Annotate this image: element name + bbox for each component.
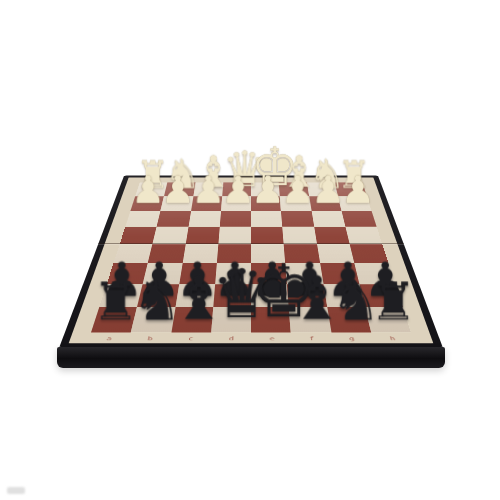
board-square: ♟ [213, 284, 251, 307]
board-square [284, 244, 320, 263]
piece-black-queen: ♛ [211, 261, 251, 328]
board-square: ♟ [359, 284, 403, 307]
board-frame: ♜♞♝♛♚♝♞♜♟♟♟♟♟♟♟♟♟♟♟♟♟♟♟♟♜♞♝♛♚♝♞♜ abcdefg… [59, 176, 443, 348]
piece-white-queen: ♛ [222, 145, 251, 194]
board-square [143, 263, 182, 284]
board-square: ♞ [307, 183, 338, 197]
board-square: ♟ [323, 284, 365, 307]
watermark [7, 487, 25, 494]
board-square [185, 227, 219, 244]
board-square [311, 211, 345, 227]
board-square [125, 211, 160, 227]
board-square [251, 244, 285, 263]
board-square: ♜ [365, 307, 411, 333]
board-square [251, 227, 284, 244]
board-square: ♟ [175, 284, 215, 307]
board-square: ♟ [99, 284, 143, 307]
board-square [341, 211, 376, 227]
board-square [182, 244, 218, 263]
board-square: ♝ [279, 183, 309, 197]
board-square [320, 263, 359, 284]
board-front-edge [57, 347, 445, 368]
board-square [251, 263, 287, 284]
board-square [220, 211, 251, 227]
board-square: ♚ [251, 307, 291, 333]
board-square [218, 227, 251, 244]
board-square [285, 263, 323, 284]
piece-white-bishop: ♝ [280, 151, 309, 194]
board-square [114, 244, 153, 263]
board-square: ♛ [211, 307, 251, 333]
file-label: b [147, 336, 153, 341]
board-square: ♟ [287, 284, 327, 307]
product-photo: ♜♞♝♛♚♝♞♜♟♟♟♟♟♟♟♟♟♟♟♟♟♟♟♟♜♞♝♛♚♝♞♜ abcdefg… [0, 0, 500, 500]
fold-hinge-seam [98, 243, 404, 244]
board-square: ♞ [131, 307, 175, 333]
board-square: ♚ [251, 183, 280, 197]
file-label: d [229, 336, 234, 341]
board-square: ♟ [251, 284, 289, 307]
board-square: ♞ [327, 307, 371, 333]
board-square: ♜ [135, 183, 167, 197]
board-square [345, 227, 382, 244]
board-square [120, 227, 157, 244]
file-label: c [188, 336, 193, 341]
board-square [281, 211, 314, 227]
piece-white-bishop: ♝ [194, 151, 223, 194]
board-square: ♝ [171, 307, 213, 333]
board-square [217, 244, 251, 263]
board-square: ♟ [191, 196, 222, 211]
file-label: h [389, 336, 395, 341]
board-square [157, 211, 191, 227]
chess-board-3d: ♜♞♝♛♚♝♞♜♟♟♟♟♟♟♟♟♟♟♟♟♟♟♟♟♜♞♝♛♚♝♞♜ abcdefg… [59, 176, 443, 348]
file-label: a [106, 336, 112, 341]
board-square: ♜ [335, 183, 367, 197]
file-label: g [349, 336, 355, 341]
board-grid: ♜♞♝♛♚♝♞♜♟♟♟♟♟♟♟♟♟♟♟♟♟♟♟♟♜♞♝♛♚♝♞♜ [91, 183, 411, 333]
piece-white-rook: ♜ [337, 156, 366, 194]
board-square: ♝ [193, 183, 223, 197]
file-label: f [310, 336, 313, 341]
board-square: ♜ [91, 307, 137, 333]
piece-black-knight: ♞ [330, 272, 370, 328]
piece-white-king: ♚ [251, 141, 280, 194]
piece-white-knight: ♞ [165, 153, 194, 193]
board-square [153, 227, 189, 244]
board-square [354, 263, 395, 284]
board-square: ♟ [251, 196, 281, 211]
board-square [188, 211, 221, 227]
file-coordinates: abcdefgh [88, 336, 414, 342]
board-square: ♟ [338, 196, 372, 211]
board-square [282, 227, 316, 244]
piece-black-knight: ♞ [132, 272, 172, 328]
board-square: ♟ [280, 196, 311, 211]
board-square: ♟ [130, 196, 164, 211]
board-square [317, 244, 354, 263]
board-square: ♞ [164, 183, 195, 197]
piece-white-rook: ♜ [136, 156, 165, 194]
board-square [251, 211, 282, 227]
board-square [349, 244, 388, 263]
board-square: ♝ [289, 307, 331, 333]
board-square [148, 244, 185, 263]
board-square: ♟ [161, 196, 194, 211]
board-square: ♟ [221, 196, 251, 211]
board-square: ♟ [137, 284, 179, 307]
board-square [314, 227, 350, 244]
board-square: ♛ [222, 183, 251, 197]
board-square: ♟ [309, 196, 342, 211]
board-square [107, 263, 148, 284]
file-label: e [270, 336, 275, 341]
board-border-strip: ♜♞♝♛♚♝♞♜♟♟♟♟♟♟♟♟♟♟♟♟♟♟♟♟♜♞♝♛♚♝♞♜ abcdefg… [69, 178, 434, 344]
piece-white-knight: ♞ [308, 153, 337, 193]
board-square [215, 263, 251, 284]
board-square [179, 263, 217, 284]
